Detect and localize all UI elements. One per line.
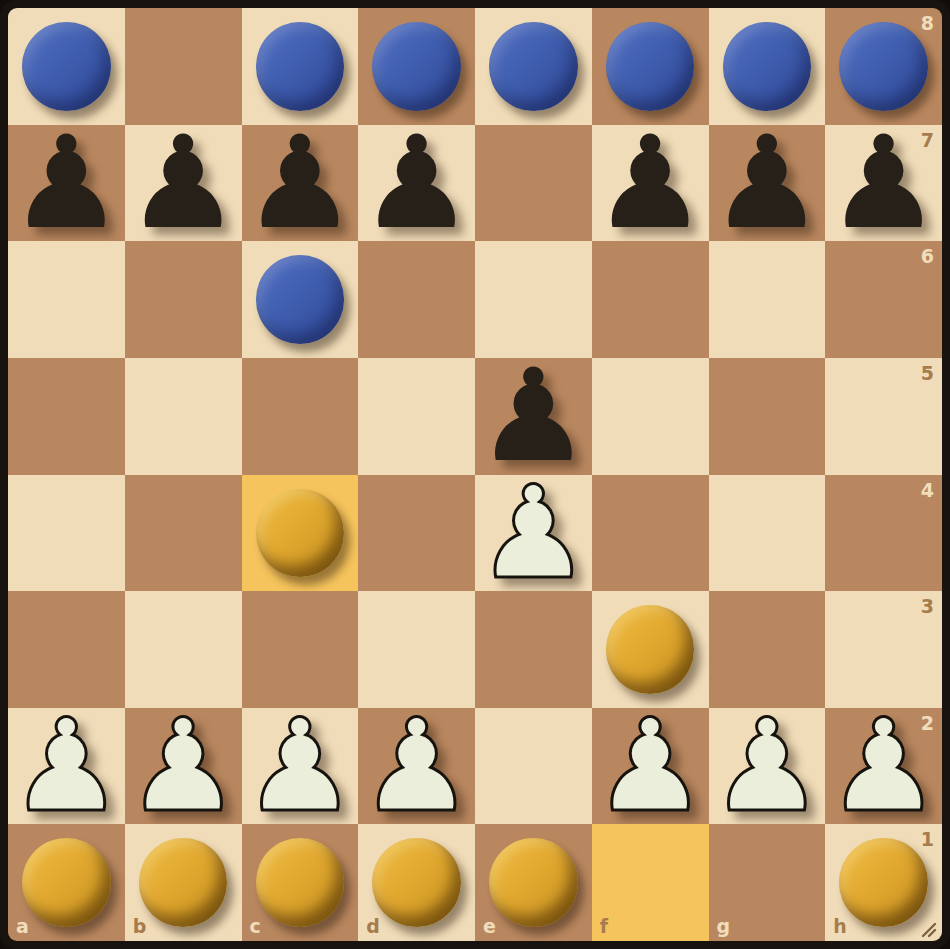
- white-pawn-piece[interactable]: ♟: [9, 708, 124, 824]
- square-f2[interactable]: ♟: [592, 708, 709, 825]
- gold-disc-piece[interactable]: [256, 489, 345, 578]
- square-b6[interactable]: [125, 241, 242, 358]
- gold-disc-piece[interactable]: [139, 838, 228, 927]
- rank-label: 6: [921, 247, 934, 266]
- square-d7[interactable]: ♟: [358, 125, 475, 242]
- square-f4[interactable]: [592, 475, 709, 592]
- square-c5[interactable]: [242, 358, 359, 475]
- file-label: b: [133, 917, 147, 936]
- square-c6[interactable]: [242, 241, 359, 358]
- rank-label: 4: [921, 481, 934, 500]
- square-g5[interactable]: [709, 358, 826, 475]
- blue-disc-piece[interactable]: [22, 22, 111, 111]
- blue-disc-piece[interactable]: [489, 22, 578, 111]
- square-f6[interactable]: [592, 241, 709, 358]
- square-e8[interactable]: [475, 8, 592, 125]
- square-d1[interactable]: d: [358, 824, 475, 941]
- square-b2[interactable]: ♟: [125, 708, 242, 825]
- square-g4[interactable]: [709, 475, 826, 592]
- white-pawn-piece[interactable]: ♟: [243, 708, 358, 824]
- square-b4[interactable]: [125, 475, 242, 592]
- square-f1[interactable]: f: [592, 824, 709, 941]
- square-g2[interactable]: ♟: [709, 708, 826, 825]
- rank-label: 2: [921, 714, 934, 733]
- black-pawn-piece[interactable]: ♟: [710, 125, 825, 241]
- square-e7[interactable]: [475, 125, 592, 242]
- black-pawn-piece[interactable]: ♟: [476, 358, 591, 474]
- square-c2[interactable]: ♟: [242, 708, 359, 825]
- file-label: g: [717, 917, 731, 936]
- gold-disc-piece[interactable]: [489, 838, 578, 927]
- gold-disc-piece[interactable]: [372, 838, 461, 927]
- square-b5[interactable]: [125, 358, 242, 475]
- black-pawn-piece[interactable]: ♟: [126, 125, 241, 241]
- blue-disc-piece[interactable]: [723, 22, 812, 111]
- square-e2[interactable]: [475, 708, 592, 825]
- square-h5[interactable]: 5: [825, 358, 942, 475]
- white-pawn-piece[interactable]: ♟: [593, 708, 708, 824]
- chess-board: 8♟♟♟♟♟♟♟76♟5♟43♟♟♟♟♟♟♟2abcdefg1h: [8, 8, 942, 941]
- square-g6[interactable]: [709, 241, 826, 358]
- square-b1[interactable]: b: [125, 824, 242, 941]
- square-h2[interactable]: ♟2: [825, 708, 942, 825]
- square-a4[interactable]: [8, 475, 125, 592]
- square-g7[interactable]: ♟: [709, 125, 826, 242]
- rank-label: 7: [921, 131, 934, 150]
- board-frame: 8♟♟♟♟♟♟♟76♟5♟43♟♟♟♟♟♟♟2abcdefg1h: [0, 0, 950, 949]
- gold-disc-piece[interactable]: [256, 838, 345, 927]
- rank-label: 5: [921, 364, 934, 383]
- black-pawn-piece[interactable]: ♟: [593, 125, 708, 241]
- black-pawn-piece[interactable]: ♟: [243, 125, 358, 241]
- blue-disc-piece[interactable]: [256, 22, 345, 111]
- square-d2[interactable]: ♟: [358, 708, 475, 825]
- white-pawn-piece[interactable]: ♟: [359, 708, 474, 824]
- gold-disc-piece[interactable]: [606, 605, 695, 694]
- square-d5[interactable]: [358, 358, 475, 475]
- black-pawn-piece[interactable]: ♟: [359, 125, 474, 241]
- blue-disc-piece[interactable]: [606, 22, 695, 111]
- file-label: a: [16, 917, 29, 936]
- rank-label: 8: [921, 14, 934, 33]
- white-pawn-piece[interactable]: ♟: [476, 475, 591, 591]
- square-e5[interactable]: ♟: [475, 358, 592, 475]
- square-a1[interactable]: a: [8, 824, 125, 941]
- white-pawn-piece[interactable]: ♟: [710, 708, 825, 824]
- rank-label: 3: [921, 597, 934, 616]
- file-label: h: [833, 917, 847, 936]
- square-e1[interactable]: e: [475, 824, 592, 941]
- file-label: f: [600, 917, 608, 936]
- square-e4[interactable]: ♟: [475, 475, 592, 592]
- blue-disc-piece[interactable]: [256, 255, 345, 344]
- square-a5[interactable]: [8, 358, 125, 475]
- square-a2[interactable]: ♟: [8, 708, 125, 825]
- square-c4[interactable]: [242, 475, 359, 592]
- square-e3[interactable]: [475, 591, 592, 708]
- square-g1[interactable]: g: [709, 824, 826, 941]
- square-h6[interactable]: 6: [825, 241, 942, 358]
- gold-disc-piece[interactable]: [22, 838, 111, 927]
- square-c1[interactable]: c: [242, 824, 359, 941]
- square-b7[interactable]: ♟: [125, 125, 242, 242]
- gold-disc-piece[interactable]: [839, 838, 928, 927]
- resize-handle-icon[interactable]: [918, 919, 938, 939]
- blue-disc-piece[interactable]: [839, 22, 928, 111]
- square-d4[interactable]: [358, 475, 475, 592]
- rank-label: 1: [921, 830, 934, 849]
- white-pawn-piece[interactable]: ♟: [126, 708, 241, 824]
- black-pawn-piece[interactable]: ♟: [9, 125, 124, 241]
- file-label: e: [483, 917, 496, 936]
- square-f7[interactable]: ♟: [592, 125, 709, 242]
- square-a6[interactable]: [8, 241, 125, 358]
- square-h7[interactable]: ♟7: [825, 125, 942, 242]
- square-h4[interactable]: 4: [825, 475, 942, 592]
- square-a7[interactable]: ♟: [8, 125, 125, 242]
- square-d6[interactable]: [358, 241, 475, 358]
- square-f5[interactable]: [592, 358, 709, 475]
- blue-disc-piece[interactable]: [372, 22, 461, 111]
- file-label: c: [250, 917, 261, 936]
- square-c7[interactable]: ♟: [242, 125, 359, 242]
- file-label: d: [366, 917, 380, 936]
